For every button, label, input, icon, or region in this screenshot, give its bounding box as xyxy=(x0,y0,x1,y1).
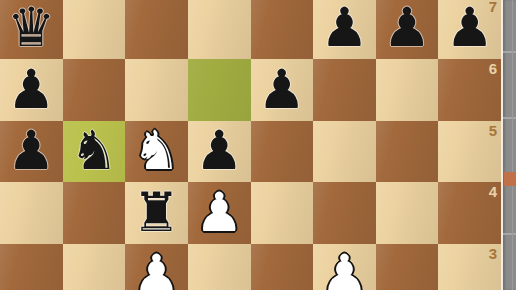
square-d5[interactable]: ♟ xyxy=(188,121,251,183)
black-queen[interactable]: ♛ xyxy=(7,1,55,55)
square-h6[interactable]: 6 xyxy=(438,59,501,121)
black-pawn[interactable]: ♟ xyxy=(195,124,243,178)
rank-label-6: 6 xyxy=(489,61,497,76)
white-knight[interactable]: ♞ xyxy=(132,124,180,178)
square-f5[interactable] xyxy=(313,121,376,183)
square-c4[interactable]: ♜ xyxy=(125,182,188,244)
square-a6[interactable]: ♟ xyxy=(0,59,63,121)
square-b4[interactable] xyxy=(63,182,126,244)
rank-label-7: 7 xyxy=(489,0,497,14)
square-g5[interactable] xyxy=(376,121,439,183)
rank-label-4: 4 xyxy=(489,184,497,199)
square-d6[interactable] xyxy=(188,59,251,121)
white-pawn[interactable]: ♟ xyxy=(320,248,368,290)
square-f6[interactable] xyxy=(313,59,376,121)
square-h4[interactable]: 4 xyxy=(438,182,501,244)
panel-divider-line xyxy=(503,233,516,235)
square-b6[interactable] xyxy=(63,59,126,121)
panel-divider-line xyxy=(503,117,516,119)
black-pawn[interactable]: ♟ xyxy=(7,63,55,117)
square-e3[interactable] xyxy=(251,244,314,290)
white-pawn[interactable]: ♟ xyxy=(132,248,180,290)
square-c7[interactable] xyxy=(125,0,188,59)
square-c6[interactable] xyxy=(125,59,188,121)
black-pawn[interactable]: ♟ xyxy=(383,1,431,55)
black-pawn[interactable]: ♟ xyxy=(258,63,306,117)
square-f4[interactable] xyxy=(313,182,376,244)
square-e4[interactable] xyxy=(251,182,314,244)
square-c3[interactable]: ♟ xyxy=(125,244,188,290)
square-b3[interactable] xyxy=(63,244,126,290)
square-d3[interactable] xyxy=(188,244,251,290)
square-b7[interactable] xyxy=(63,0,126,59)
square-e6[interactable]: ♟ xyxy=(251,59,314,121)
square-h3[interactable]: 3 xyxy=(438,244,501,290)
black-knight[interactable]: ♞ xyxy=(70,124,118,178)
white-pawn[interactable]: ♟ xyxy=(195,186,243,240)
square-e5[interactable] xyxy=(251,121,314,183)
black-pawn[interactable]: ♟ xyxy=(320,1,368,55)
square-d4[interactable]: ♟ xyxy=(188,182,251,244)
square-d7[interactable] xyxy=(188,0,251,59)
chess-board: ♛♟♟♟7♟♟6♟♞♞♟5♜♟4♟♟3 xyxy=(0,0,501,290)
square-g3[interactable] xyxy=(376,244,439,290)
black-rook[interactable]: ♜ xyxy=(132,186,180,240)
square-g6[interactable] xyxy=(376,59,439,121)
square-f3[interactable]: ♟ xyxy=(313,244,376,290)
square-c5[interactable]: ♞ xyxy=(125,121,188,183)
black-pawn[interactable]: ♟ xyxy=(445,1,493,55)
square-a5[interactable]: ♟ xyxy=(0,121,63,183)
square-e7[interactable] xyxy=(251,0,314,59)
panel-divider-line xyxy=(503,51,516,53)
chess-app-viewport: ♛♟♟♟7♟♟6♟♞♞♟5♜♟4♟♟3 xyxy=(0,0,516,290)
rank-label-3: 3 xyxy=(489,246,497,261)
black-pawn[interactable]: ♟ xyxy=(7,124,55,178)
square-f7[interactable]: ♟ xyxy=(313,0,376,59)
square-a4[interactable] xyxy=(0,182,63,244)
right-panel-sliver xyxy=(503,0,516,290)
square-h7[interactable]: ♟7 xyxy=(438,0,501,59)
square-a3[interactable] xyxy=(0,244,63,290)
square-g7[interactable]: ♟ xyxy=(376,0,439,59)
panel-vertical-line xyxy=(512,0,513,290)
square-h5[interactable]: 5 xyxy=(438,121,501,183)
panel-orange-marker xyxy=(504,172,516,186)
rank-label-5: 5 xyxy=(489,123,497,138)
square-b5[interactable]: ♞ xyxy=(63,121,126,183)
square-a7[interactable]: ♛ xyxy=(0,0,63,59)
square-g4[interactable] xyxy=(376,182,439,244)
